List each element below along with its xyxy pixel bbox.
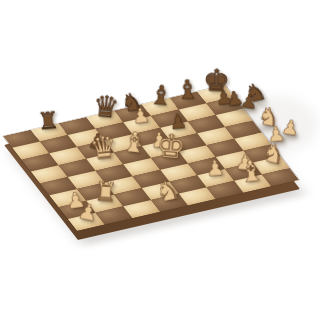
light-bishop[interactable]: ♝ — [120, 128, 148, 158]
dark-queen[interactable]: ♛ — [91, 91, 120, 122]
light-pawn[interactable]: ♟ — [131, 106, 151, 128]
product-photo: ♜♛♞♝♝♚♟♟♟♟♛♝♟♚♟♜♟♟♞♟♞♝♟♟♞♞♟♟ — [0, 0, 320, 320]
light-king[interactable]: ♚ — [155, 129, 186, 163]
light-pawn[interactable]: ♟ — [205, 158, 225, 180]
captured-dark-pawn: ♟ — [239, 91, 259, 112]
dark-rook[interactable]: ♜ — [37, 109, 60, 134]
dark-bishop[interactable]: ♝ — [175, 75, 200, 102]
light-knight[interactable]: ♞ — [153, 176, 182, 207]
light-bishop[interactable]: ♝ — [236, 155, 265, 187]
light-queen[interactable]: ♛ — [88, 132, 118, 165]
dark-bishop[interactable]: ♝ — [148, 81, 174, 109]
